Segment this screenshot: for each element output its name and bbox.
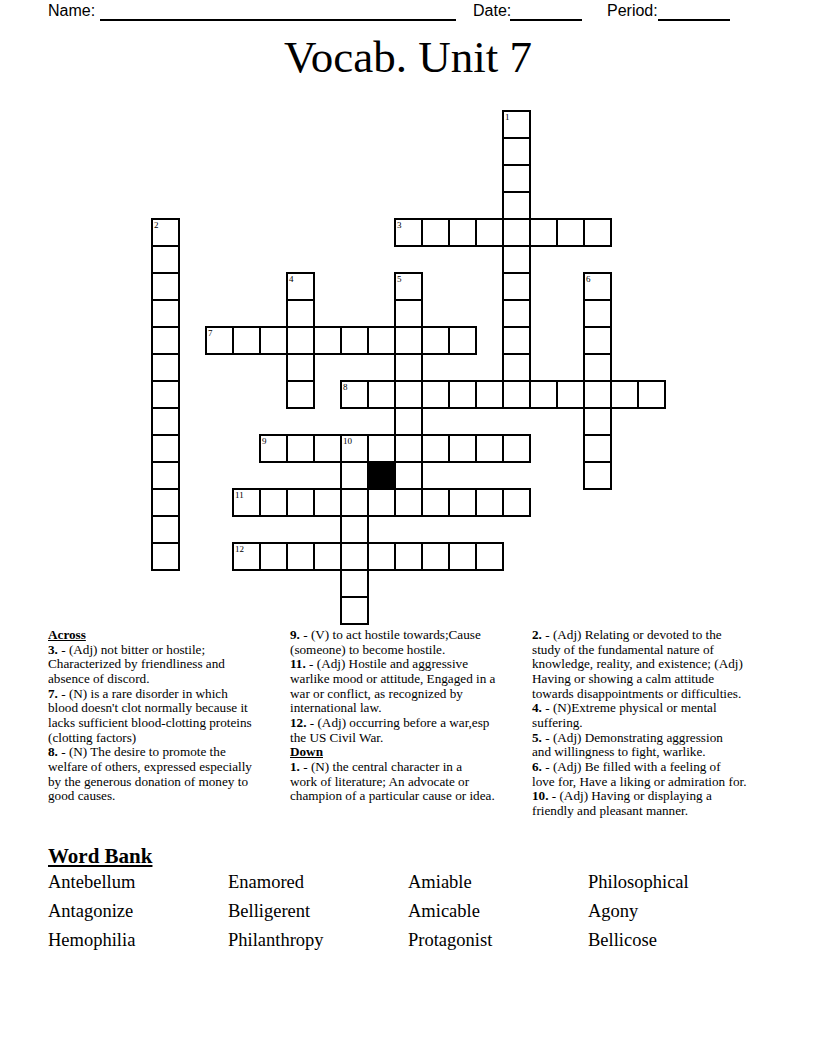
- grid-cell[interactable]: [475, 218, 504, 247]
- grid-cell[interactable]: 2: [151, 218, 180, 247]
- grid-cell[interactable]: [529, 218, 558, 247]
- grid-cell[interactable]: [340, 515, 369, 544]
- clue-number-label: 1.: [290, 759, 300, 774]
- clue-column-3: 2. - (Adj) Relating or devoted to the st…: [532, 628, 784, 819]
- blocked-cell: [367, 461, 396, 490]
- clue-text: 3. - (Adj) not bitter or hostile; Charac…: [48, 643, 288, 687]
- name-label: Name:: [48, 2, 95, 20]
- clue-text: 7. - (N) is a rare disorder in which blo…: [48, 687, 288, 746]
- grid-cell[interactable]: [583, 299, 612, 328]
- grid-cell[interactable]: [313, 326, 342, 355]
- grid-cell[interactable]: [556, 380, 585, 409]
- word-bank-word: Enamored: [228, 872, 408, 901]
- grid-cell[interactable]: [475, 542, 504, 571]
- grid-cell[interactable]: [286, 380, 315, 409]
- grid-cell[interactable]: [421, 488, 450, 517]
- grid-cell[interactable]: 3: [394, 218, 423, 247]
- grid-cell[interactable]: [340, 596, 369, 625]
- grid-cell[interactable]: [583, 461, 612, 490]
- clue-column-2: 9. - (V) to act hostile towards;Cause (s…: [290, 628, 528, 804]
- clue-number-label: 2.: [532, 627, 542, 642]
- word-bank-word: Amicable: [408, 901, 588, 930]
- grid-cell[interactable]: [529, 380, 558, 409]
- grid-cell[interactable]: [151, 299, 180, 328]
- grid-cell[interactable]: [313, 542, 342, 571]
- grid-cell[interactable]: [610, 380, 639, 409]
- grid-cell[interactable]: [151, 407, 180, 436]
- grid-cell[interactable]: [583, 380, 612, 409]
- clue-section-header: Across: [48, 628, 288, 643]
- grid-cell[interactable]: [421, 380, 450, 409]
- page-title: Vocab. Unit 7: [0, 34, 816, 81]
- grid-cell[interactable]: [151, 326, 180, 355]
- grid-cell[interactable]: [448, 218, 477, 247]
- grid-cell[interactable]: [556, 218, 585, 247]
- grid-cell[interactable]: [367, 488, 396, 517]
- cell-number: 5: [397, 274, 402, 284]
- clue-number-label: 8.: [48, 744, 58, 759]
- grid-cell[interactable]: [151, 488, 180, 517]
- grid-cell[interactable]: 7: [205, 326, 234, 355]
- clue-text: 9. - (V) to act hostile towards;Cause (s…: [290, 628, 528, 657]
- clue-number-label: 10.: [532, 788, 548, 803]
- grid-cell[interactable]: [151, 353, 180, 382]
- grid-cell[interactable]: [502, 434, 531, 463]
- clue-number-label: 3.: [48, 642, 58, 657]
- grid-cell[interactable]: [502, 353, 531, 382]
- date-blank-line: [510, 0, 582, 21]
- period-blank-line: [658, 0, 730, 21]
- grid-cell[interactable]: [367, 380, 396, 409]
- word-bank-word: Amiable: [408, 872, 588, 901]
- grid-cell[interactable]: [394, 407, 423, 436]
- clue-number-label: 6.: [532, 759, 542, 774]
- grid-cell[interactable]: [340, 461, 369, 490]
- grid-cell[interactable]: [286, 434, 315, 463]
- crossword-grid: 123456789101112: [151, 110, 666, 625]
- cell-number: 2: [154, 220, 159, 230]
- grid-cell[interactable]: [394, 488, 423, 517]
- cell-number: 8: [343, 382, 348, 392]
- cell-number: 6: [586, 274, 591, 284]
- clue-text: 6. - (Adj) Be filled with a feeling of l…: [532, 760, 784, 789]
- grid-cell[interactable]: [340, 542, 369, 571]
- grid-cell[interactable]: [583, 434, 612, 463]
- grid-cell[interactable]: [475, 434, 504, 463]
- clue-number-label: 5.: [532, 730, 542, 745]
- word-bank-header: Word Bank: [48, 844, 152, 869]
- grid-cell[interactable]: [340, 569, 369, 598]
- grid-cell[interactable]: 4: [286, 272, 315, 301]
- grid-cell[interactable]: [421, 542, 450, 571]
- cell-number: 11: [235, 490, 244, 500]
- word-bank-word: Antagonize: [48, 901, 228, 930]
- grid-cell[interactable]: [502, 272, 531, 301]
- grid-cell[interactable]: [583, 407, 612, 436]
- grid-cell[interactable]: [502, 164, 531, 193]
- grid-cell[interactable]: [151, 272, 180, 301]
- grid-cell[interactable]: [151, 245, 180, 274]
- word-bank-word: Belligerent: [228, 901, 408, 930]
- grid-cell[interactable]: [502, 191, 531, 220]
- grid-cell[interactable]: [448, 488, 477, 517]
- clue-number-label: 12.: [290, 715, 306, 730]
- grid-cell[interactable]: [367, 434, 396, 463]
- grid-cell[interactable]: [394, 461, 423, 490]
- grid-cell[interactable]: [259, 488, 288, 517]
- grid-cell[interactable]: [286, 299, 315, 328]
- cell-number: 12: [235, 544, 244, 554]
- grid-cell[interactable]: [151, 380, 180, 409]
- grid-cell[interactable]: 8: [340, 380, 369, 409]
- grid-cell[interactable]: [259, 326, 288, 355]
- grid-cell[interactable]: 5: [394, 272, 423, 301]
- cell-number: 10: [343, 436, 352, 446]
- grid-cell[interactable]: [394, 299, 423, 328]
- cell-number: 7: [208, 328, 213, 338]
- grid-cell[interactable]: 11: [232, 488, 261, 517]
- grid-cell[interactable]: 9: [259, 434, 288, 463]
- word-bank-word: Philosophical: [588, 872, 768, 901]
- clue-column-1: Across3. - (Adj) not bitter or hostile; …: [48, 628, 288, 804]
- grid-cell[interactable]: [151, 461, 180, 490]
- clue-text: 11. - (Adj) Hostile and aggressive warli…: [290, 657, 528, 716]
- cell-number: 9: [262, 436, 267, 446]
- grid-cell[interactable]: [286, 353, 315, 382]
- clue-text: 12. - (Adj) occurring before a war,esp t…: [290, 716, 528, 745]
- grid-cell[interactable]: [502, 245, 531, 274]
- grid-cell[interactable]: [421, 218, 450, 247]
- grid-cell[interactable]: [448, 434, 477, 463]
- grid-cell[interactable]: [313, 434, 342, 463]
- clue-section-header: Down: [290, 745, 528, 760]
- grid-cell[interactable]: [583, 353, 612, 382]
- grid-cell[interactable]: [448, 542, 477, 571]
- grid-cell[interactable]: [502, 137, 531, 166]
- word-bank-word: Protagonist: [408, 930, 588, 959]
- grid-cell[interactable]: [286, 542, 315, 571]
- clue-text: 2. - (Adj) Relating or devoted to the st…: [532, 628, 784, 701]
- grid-cell[interactable]: [232, 326, 261, 355]
- clue-text: 10. - (Adj) Having or displaying a frien…: [532, 789, 784, 818]
- date-label: Date:: [473, 2, 511, 20]
- grid-cell[interactable]: 10: [340, 434, 369, 463]
- grid-cell[interactable]: [394, 434, 423, 463]
- grid-cell[interactable]: [502, 218, 531, 247]
- grid-cell[interactable]: [502, 299, 531, 328]
- grid-cell[interactable]: [151, 542, 180, 571]
- grid-cell[interactable]: [448, 380, 477, 409]
- grid-cell[interactable]: [502, 488, 531, 517]
- grid-cell[interactable]: [502, 326, 531, 355]
- cell-number: 4: [289, 274, 294, 284]
- clue-text: 5. - (Adj) Demonstrating aggression and …: [532, 731, 784, 760]
- grid-cell[interactable]: [151, 515, 180, 544]
- grid-cell[interactable]: [448, 326, 477, 355]
- grid-cell[interactable]: [394, 326, 423, 355]
- cell-number: 3: [397, 220, 402, 230]
- clue-number-label: 9.: [290, 627, 300, 642]
- period-label: Period:: [607, 2, 658, 20]
- clue-number-label: 11.: [290, 656, 306, 671]
- grid-cell[interactable]: [421, 434, 450, 463]
- grid-cell[interactable]: [367, 542, 396, 571]
- grid-cell[interactable]: [259, 542, 288, 571]
- grid-cell[interactable]: [286, 326, 315, 355]
- word-bank-word: Bellicose: [588, 930, 768, 959]
- cell-number: 1: [505, 112, 510, 122]
- grid-cell[interactable]: [583, 218, 612, 247]
- word-bank-list: AntebellumEnamoredAmiablePhilosophicalAn…: [48, 872, 768, 959]
- word-bank-word: Philanthropy: [228, 930, 408, 959]
- clue-text: 1. - (N) the central character in a work…: [290, 760, 528, 804]
- grid-cell[interactable]: [502, 380, 531, 409]
- grid-cell[interactable]: [286, 488, 315, 517]
- grid-cell[interactable]: [340, 326, 369, 355]
- grid-cell[interactable]: [421, 326, 450, 355]
- grid-cell[interactable]: [394, 542, 423, 571]
- name-blank-line: [100, 0, 456, 21]
- clue-text: 8. - (N) The desire to promote the welfa…: [48, 745, 288, 804]
- grid-cell[interactable]: [475, 380, 504, 409]
- grid-cell[interactable]: [475, 488, 504, 517]
- grid-cell[interactable]: [313, 488, 342, 517]
- word-bank-word: Antebellum: [48, 872, 228, 901]
- grid-cell[interactable]: [583, 326, 612, 355]
- grid-cell[interactable]: 1: [502, 110, 531, 139]
- grid-cell[interactable]: [151, 434, 180, 463]
- worksheet-page: Name: Date: Period: Vocab. Unit 7 123456…: [0, 0, 816, 1056]
- clue-text: 4. - (N)Extreme physical or mental suffe…: [532, 701, 784, 730]
- clue-number-label: 7.: [48, 686, 58, 701]
- grid-cell[interactable]: [340, 488, 369, 517]
- grid-cell[interactable]: [394, 380, 423, 409]
- clue-number-label: 4.: [532, 700, 542, 715]
- grid-cell[interactable]: [394, 353, 423, 382]
- grid-cell[interactable]: [367, 326, 396, 355]
- grid-cell[interactable]: 12: [232, 542, 261, 571]
- word-bank-word: Hemophilia: [48, 930, 228, 959]
- grid-cell[interactable]: 6: [583, 272, 612, 301]
- word-bank-word: Agony: [588, 901, 768, 930]
- grid-cell[interactable]: [637, 380, 666, 409]
